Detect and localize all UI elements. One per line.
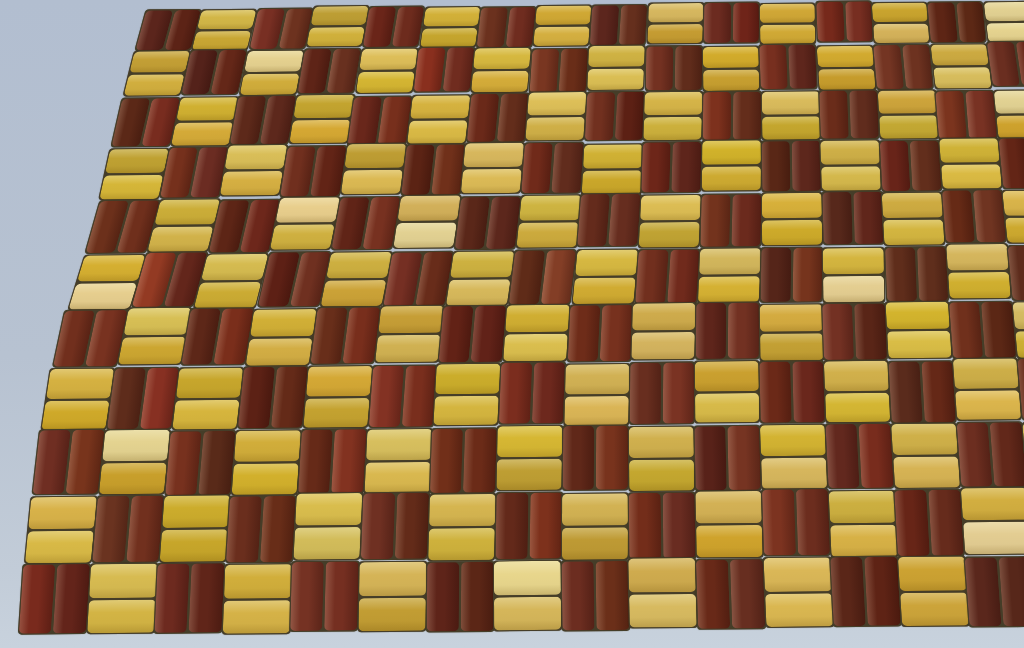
dark-wood-slat <box>495 493 528 559</box>
light-wood-slat <box>939 138 1000 163</box>
dark-wood-slat <box>663 493 695 559</box>
board-cell <box>960 487 1024 556</box>
light-wood-slat <box>629 558 696 592</box>
dark-wood-slat <box>642 142 672 192</box>
light-wood-slat <box>171 122 233 146</box>
board-cell <box>926 1 987 44</box>
light-wood-slat <box>341 170 403 195</box>
light-wood-slat <box>471 71 529 93</box>
light-wood-slat <box>239 74 299 96</box>
dark-wood-slat <box>731 194 761 246</box>
board-cell <box>631 302 697 361</box>
board-cell <box>694 490 763 559</box>
board-cell <box>106 367 180 431</box>
board-cell <box>289 560 359 632</box>
board-cell <box>493 560 562 632</box>
light-wood-slat <box>696 525 762 558</box>
board-cell <box>818 89 879 140</box>
board-cell <box>515 194 582 249</box>
board-cell <box>644 45 703 92</box>
dark-wood-slat <box>816 2 844 42</box>
board-cell <box>822 247 886 304</box>
board-cell <box>164 430 237 497</box>
light-wood-slat <box>461 169 522 194</box>
board-cell <box>758 44 818 91</box>
light-wood-slat <box>644 92 702 116</box>
light-wood-slat <box>192 31 252 51</box>
board-cell <box>955 421 1024 488</box>
light-wood-slat <box>147 226 213 252</box>
board-cell <box>248 7 315 50</box>
board-cell <box>470 47 533 94</box>
light-wood-slat <box>760 3 816 23</box>
light-wood-slat <box>326 252 392 279</box>
dark-wood-slat <box>696 303 727 359</box>
light-wood-slat <box>224 564 292 598</box>
board-cell <box>881 192 946 247</box>
light-wood-slat <box>176 368 243 398</box>
light-wood-slat <box>952 358 1018 388</box>
dark-wood-slat <box>853 192 883 244</box>
light-wood-slat <box>702 140 761 165</box>
dark-wood-slat <box>578 194 611 246</box>
board-cell <box>373 305 444 364</box>
board-cell <box>695 558 766 630</box>
board-cell <box>425 561 494 633</box>
board-cell <box>890 422 961 489</box>
light-wood-slat <box>420 28 478 48</box>
dark-wood-slat <box>822 304 854 360</box>
board-cell <box>465 92 529 143</box>
dark-wood-slat <box>880 141 911 191</box>
light-wood-slat <box>154 199 220 225</box>
dark-wood-slat <box>796 489 830 555</box>
light-wood-slat <box>640 195 701 221</box>
board-cell <box>827 490 898 559</box>
light-wood-slat <box>763 557 831 591</box>
light-wood-slat <box>223 600 291 634</box>
board-cell <box>245 308 318 367</box>
board-cell <box>357 561 427 633</box>
light-wood-slat <box>699 248 761 275</box>
light-wood-slat <box>647 24 703 44</box>
light-wood-slat <box>494 596 561 630</box>
board-cell <box>297 428 368 495</box>
dark-wood-slat <box>92 496 130 562</box>
dark-wood-slat <box>600 305 633 361</box>
light-wood-slat <box>632 303 695 331</box>
light-wood-slat <box>821 166 880 191</box>
light-wood-slat <box>344 144 406 169</box>
dark-wood-slat <box>635 250 668 304</box>
board-cell <box>894 489 966 558</box>
light-wood-slat <box>450 251 515 278</box>
board-cell <box>566 304 633 363</box>
dark-wood-slat <box>873 45 904 89</box>
light-wood-slat <box>68 283 137 310</box>
dark-wood-slat <box>298 429 333 493</box>
board-cell <box>941 189 1007 244</box>
dark-wood-slat <box>956 2 986 42</box>
dark-wood-slat <box>590 5 619 45</box>
light-wood-slat <box>225 145 288 170</box>
light-wood-slat <box>176 97 238 121</box>
light-wood-slat <box>46 368 114 398</box>
dark-wood-slat <box>361 493 395 559</box>
board-cell <box>508 249 578 306</box>
dark-wood-slat <box>291 562 325 631</box>
light-wood-slat <box>124 74 186 96</box>
dark-wood-slat <box>426 562 459 631</box>
board-cell <box>695 301 760 360</box>
board-cell <box>520 142 584 195</box>
dark-wood-slat <box>529 493 562 559</box>
board-cell <box>354 47 419 94</box>
light-wood-slat <box>828 491 895 524</box>
board-cell <box>524 91 587 142</box>
board-cell <box>964 556 1024 628</box>
dark-wood-slat <box>529 49 559 93</box>
dark-wood-slat <box>849 90 878 138</box>
board-cell <box>238 49 305 96</box>
light-wood-slat <box>159 529 227 562</box>
board-cell <box>986 41 1024 87</box>
light-wood-slat <box>886 302 950 330</box>
dark-wood-slat <box>965 91 997 139</box>
dark-wood-slat <box>759 362 791 423</box>
board-cell <box>498 361 566 425</box>
dark-wood-slat <box>762 489 796 555</box>
dark-wood-slat <box>401 145 435 195</box>
board-cell <box>760 140 821 193</box>
board-cell <box>347 96 414 147</box>
light-wood-slat <box>289 120 350 144</box>
dark-wood-slat <box>703 92 731 140</box>
light-wood-slat <box>270 224 335 250</box>
light-wood-slat <box>760 24 816 44</box>
board-cell <box>330 196 401 251</box>
dark-wood-slat <box>521 143 553 193</box>
board-cell <box>815 0 874 43</box>
dark-wood-slat <box>987 42 1020 86</box>
dark-wood-slat <box>888 362 922 423</box>
dark-wood-slat <box>464 428 498 492</box>
light-wood-slat <box>887 331 951 359</box>
dark-wood-slat <box>619 5 648 45</box>
light-wood-slat <box>503 334 568 362</box>
light-wood-slat <box>629 426 694 458</box>
dark-wood-slat <box>792 248 822 302</box>
board-cell <box>638 194 702 249</box>
dark-wood-slat <box>728 426 761 490</box>
dark-wood-slat <box>965 557 1002 626</box>
light-wood-slat <box>429 494 496 527</box>
board-cell <box>703 1 761 44</box>
dark-wood-slat <box>998 138 1024 188</box>
dark-wood-slat <box>981 302 1016 358</box>
light-wood-slat <box>105 149 169 174</box>
light-wood-slat <box>830 525 897 558</box>
dark-wood-slat <box>830 557 866 626</box>
light-wood-slat <box>303 398 369 428</box>
light-wood-slat <box>434 395 500 425</box>
dark-wood-slat <box>999 557 1024 626</box>
dark-wood-slat <box>53 564 90 633</box>
light-wood-slat <box>761 91 819 115</box>
light-wood-slat <box>698 276 760 303</box>
dark-wood-slat <box>551 143 583 193</box>
board-cell <box>363 428 433 495</box>
board-cell <box>412 46 476 93</box>
dark-wood-slat <box>126 496 164 562</box>
light-wood-slat <box>77 255 146 282</box>
dark-wood-slat <box>629 493 661 559</box>
dark-wood-slat <box>19 564 56 633</box>
light-wood-slat <box>644 117 702 141</box>
board-cell <box>884 246 949 303</box>
board-cell <box>91 495 165 564</box>
light-wood-slat <box>877 90 936 114</box>
light-wood-slat <box>527 92 586 116</box>
light-wood-slat <box>632 332 695 360</box>
board-cell <box>586 44 646 91</box>
dark-wood-slat <box>902 45 933 89</box>
board-cell <box>494 491 563 560</box>
board-cell <box>279 145 348 198</box>
board-cell <box>702 46 761 93</box>
board-cell <box>887 360 956 424</box>
board-cell <box>628 425 695 492</box>
dark-wood-slat <box>732 2 759 42</box>
dark-wood-slat <box>855 303 887 359</box>
dark-wood-slat <box>454 197 490 249</box>
dark-wood-slat <box>663 362 694 423</box>
light-wood-slat <box>1015 331 1024 359</box>
dark-wood-slat <box>608 194 641 246</box>
light-wood-slat <box>562 527 628 560</box>
board-cell <box>758 303 823 362</box>
light-wood-slat <box>118 337 186 365</box>
board-cell <box>221 563 292 635</box>
board-cell <box>528 48 589 95</box>
dark-wood-slat <box>910 141 941 191</box>
board-cell <box>309 306 381 365</box>
light-wood-slat <box>516 222 578 248</box>
board-cell <box>475 6 537 49</box>
board-cell <box>362 5 426 48</box>
light-wood-slat <box>1005 217 1024 243</box>
dark-wood-slat <box>32 430 71 494</box>
light-wood-slat <box>519 195 581 221</box>
dark-wood-slat <box>921 361 955 422</box>
board-cell <box>580 143 643 196</box>
light-wood-slat <box>99 463 167 495</box>
light-wood-slat <box>823 248 885 275</box>
dark-wood-slat <box>499 362 532 423</box>
board-cell <box>628 557 698 629</box>
board-cell <box>302 365 373 429</box>
board-cell <box>400 143 467 196</box>
dark-wood-slat <box>466 94 498 142</box>
light-wood-slat <box>639 222 700 248</box>
board-cell <box>759 424 828 491</box>
board-cell <box>433 363 502 427</box>
board-cell <box>702 91 762 142</box>
board-cell <box>879 140 943 193</box>
board-cell <box>305 5 370 48</box>
light-wood-slat <box>397 195 461 221</box>
board-cell <box>821 302 888 361</box>
dark-wood-slat <box>728 302 759 358</box>
light-wood-slat <box>1002 190 1024 216</box>
board-cell <box>820 139 882 192</box>
light-wood-slat <box>702 166 761 191</box>
light-wood-slat <box>762 116 820 140</box>
board-cell <box>225 495 297 564</box>
board-cell <box>18 563 91 635</box>
light-wood-slat <box>565 364 630 394</box>
dark-wood-slat <box>558 49 588 93</box>
dark-wood-slat <box>430 429 464 493</box>
dark-wood-slat <box>792 141 821 191</box>
board-cell <box>821 191 884 246</box>
board-cell <box>429 427 498 494</box>
light-wood-slat <box>28 497 97 530</box>
light-wood-slat <box>533 26 590 46</box>
light-wood-slat <box>695 491 761 524</box>
board-cell <box>699 193 762 248</box>
dark-wood-slat <box>822 192 852 244</box>
light-wood-slat <box>494 561 561 595</box>
dark-wood-slat <box>936 91 968 139</box>
light-wood-slat <box>102 430 170 462</box>
dark-wood-slat <box>260 496 296 562</box>
light-wood-slat <box>201 254 269 281</box>
light-wood-slat <box>564 395 629 425</box>
board-cell <box>230 429 302 496</box>
light-wood-slat <box>946 244 1009 271</box>
light-wood-slat <box>879 115 938 139</box>
light-wood-slat <box>364 462 430 494</box>
board-cell <box>158 494 231 563</box>
board-cell <box>339 143 407 196</box>
board-cell <box>236 366 308 430</box>
board-cell <box>367 364 437 428</box>
light-wood-slat <box>306 366 372 396</box>
light-wood-slat <box>446 279 511 306</box>
board-cell <box>382 251 455 308</box>
light-wood-slat <box>930 44 989 66</box>
dark-wood-slat <box>509 250 545 304</box>
dark-wood-slat <box>414 48 446 92</box>
light-wood-slat <box>765 593 833 627</box>
dark-wood-slat <box>439 306 474 362</box>
light-wood-slat <box>197 10 257 30</box>
light-wood-slat <box>823 276 885 303</box>
light-wood-slat <box>583 144 643 169</box>
dark-wood-slat <box>674 46 702 90</box>
board-cell <box>997 137 1024 190</box>
dark-wood-slat <box>596 425 628 489</box>
board-cell <box>392 194 462 249</box>
light-wood-slat <box>276 197 341 223</box>
board-cell <box>938 137 1003 190</box>
light-wood-slat <box>581 170 641 195</box>
board-cell <box>40 367 115 431</box>
light-wood-slat <box>955 390 1021 420</box>
board-cell <box>288 94 356 145</box>
light-wood-slat <box>961 488 1024 521</box>
light-wood-slat <box>407 120 467 144</box>
light-wood-slat <box>358 597 425 631</box>
light-wood-slat <box>172 399 239 429</box>
board-cell <box>98 429 172 496</box>
board-cell <box>761 192 823 247</box>
board-cell <box>929 43 993 90</box>
board-cell <box>219 144 289 197</box>
light-wood-slat <box>25 531 94 564</box>
dark-wood-slat <box>761 248 791 302</box>
board-cell <box>760 246 824 303</box>
board-cell <box>694 360 760 424</box>
light-wood-slat <box>760 425 826 457</box>
dark-wood-slat <box>395 493 429 559</box>
board-cell <box>418 6 481 49</box>
board-cell <box>693 425 761 492</box>
dark-wood-slat <box>476 7 507 47</box>
checkerboard-mat <box>0 0 1024 648</box>
light-wood-slat <box>759 304 822 332</box>
board-cell <box>86 563 159 635</box>
light-wood-slat <box>900 592 969 626</box>
dark-wood-slat <box>310 308 348 364</box>
light-wood-slat <box>762 193 822 219</box>
board-cell <box>871 2 931 45</box>
light-wood-slat <box>505 305 570 333</box>
board-cell <box>584 91 646 142</box>
light-wood-slat <box>629 593 696 627</box>
board-cell <box>761 488 831 557</box>
light-wood-slat <box>525 117 584 141</box>
dark-wood-slat <box>730 559 765 628</box>
dark-wood-slat <box>226 496 262 562</box>
light-wood-slat <box>320 280 386 307</box>
dark-wood-slat <box>942 190 975 242</box>
light-wood-slat <box>535 5 592 25</box>
board-cell <box>496 425 564 492</box>
light-wood-slat <box>824 361 889 391</box>
board-cell <box>823 360 891 424</box>
dark-wood-slat <box>700 195 730 247</box>
board-cell <box>293 492 364 561</box>
board-cell <box>643 91 704 142</box>
board-cell <box>876 89 938 140</box>
board-cell <box>762 556 834 628</box>
board-cell <box>829 556 901 628</box>
board-cell <box>760 90 820 141</box>
dark-wood-slat <box>348 97 383 145</box>
light-wood-slat <box>760 333 823 361</box>
light-wood-slat <box>872 3 929 23</box>
board-cell <box>229 95 298 146</box>
board-cell <box>634 248 701 305</box>
board-cell <box>360 492 430 561</box>
board-cell <box>438 305 508 364</box>
board-cell <box>646 2 705 45</box>
board-cell <box>993 89 1024 140</box>
dark-wood-slat <box>667 249 700 303</box>
light-wood-slat <box>410 95 470 119</box>
